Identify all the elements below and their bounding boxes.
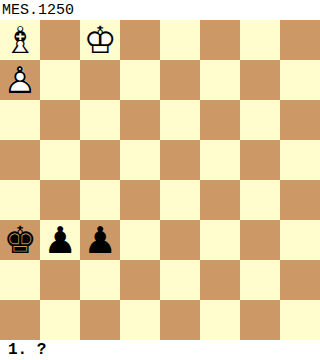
square-f2[interactable] — [200, 260, 240, 300]
square-h4[interactable] — [280, 180, 320, 220]
square-b2[interactable] — [40, 260, 80, 300]
square-h5[interactable] — [280, 140, 320, 180]
square-h1[interactable] — [280, 300, 320, 340]
square-g3[interactable] — [240, 220, 280, 260]
square-e2[interactable] — [160, 260, 200, 300]
square-b3[interactable]: ♟ — [40, 220, 80, 260]
square-f7[interactable] — [200, 60, 240, 100]
square-b5[interactable] — [40, 140, 80, 180]
square-f1[interactable] — [200, 300, 240, 340]
piece-black-pawn[interactable]: ♟ — [40, 220, 80, 260]
square-g6[interactable] — [240, 100, 280, 140]
square-a7[interactable]: ♟♙ — [0, 60, 40, 100]
square-a2[interactable] — [0, 260, 40, 300]
white-king-outline: ♔ — [80, 20, 120, 60]
square-f6[interactable] — [200, 100, 240, 140]
square-g2[interactable] — [240, 260, 280, 300]
square-g5[interactable] — [240, 140, 280, 180]
chess-puzzle-window: MES.1250 ♝♗♚♔♟♙♚♟♟ 1. ? — [0, 0, 320, 360]
square-c2[interactable] — [80, 260, 120, 300]
black-king-glyph: ♚ — [0, 220, 40, 260]
square-a6[interactable] — [0, 100, 40, 140]
square-e1[interactable] — [160, 300, 200, 340]
square-a1[interactable] — [0, 300, 40, 340]
square-b6[interactable] — [40, 100, 80, 140]
square-d5[interactable] — [120, 140, 160, 180]
square-c3[interactable]: ♟ — [80, 220, 120, 260]
square-h6[interactable] — [280, 100, 320, 140]
square-b1[interactable] — [40, 300, 80, 340]
square-d2[interactable] — [120, 260, 160, 300]
square-h2[interactable] — [280, 260, 320, 300]
square-d3[interactable] — [120, 220, 160, 260]
piece-black-pawn[interactable]: ♟ — [80, 220, 120, 260]
puzzle-id-label: MES.1250 — [0, 0, 320, 20]
square-f4[interactable] — [200, 180, 240, 220]
square-d1[interactable] — [120, 300, 160, 340]
square-c5[interactable] — [80, 140, 120, 180]
square-g1[interactable] — [240, 300, 280, 340]
square-e3[interactable] — [160, 220, 200, 260]
piece-black-king[interactable]: ♚ — [0, 220, 40, 260]
square-f8[interactable] — [200, 20, 240, 60]
square-d6[interactable] — [120, 100, 160, 140]
chess-board: ♝♗♚♔♟♙♚♟♟ — [0, 20, 320, 340]
piece-white-king[interactable]: ♚♔ — [80, 20, 120, 60]
square-e8[interactable] — [160, 20, 200, 60]
piece-white-bishop[interactable]: ♝♗ — [0, 20, 40, 60]
piece-white-pawn[interactable]: ♟♙ — [0, 60, 40, 100]
square-a5[interactable] — [0, 140, 40, 180]
square-b4[interactable] — [40, 180, 80, 220]
square-h3[interactable] — [280, 220, 320, 260]
square-f3[interactable] — [200, 220, 240, 260]
move-prompt-label: 1. ? — [0, 340, 320, 360]
square-a4[interactable] — [0, 180, 40, 220]
square-b8[interactable] — [40, 20, 80, 60]
square-e5[interactable] — [160, 140, 200, 180]
square-g8[interactable] — [240, 20, 280, 60]
square-c6[interactable] — [80, 100, 120, 140]
square-a8[interactable]: ♝♗ — [0, 20, 40, 60]
black-pawn-glyph: ♟ — [40, 220, 80, 260]
black-pawn-glyph: ♟ — [80, 220, 120, 260]
white-bishop-outline: ♗ — [0, 20, 40, 60]
square-d4[interactable] — [120, 180, 160, 220]
square-c1[interactable] — [80, 300, 120, 340]
square-h8[interactable] — [280, 20, 320, 60]
square-g4[interactable] — [240, 180, 280, 220]
square-g7[interactable] — [240, 60, 280, 100]
white-pawn-outline: ♙ — [0, 60, 40, 100]
square-a3[interactable]: ♚ — [0, 220, 40, 260]
square-e6[interactable] — [160, 100, 200, 140]
square-f5[interactable] — [200, 140, 240, 180]
square-c4[interactable] — [80, 180, 120, 220]
square-b7[interactable] — [40, 60, 80, 100]
square-e7[interactable] — [160, 60, 200, 100]
square-c8[interactable]: ♚♔ — [80, 20, 120, 60]
square-e4[interactable] — [160, 180, 200, 220]
square-d7[interactable] — [120, 60, 160, 100]
square-c7[interactable] — [80, 60, 120, 100]
square-h7[interactable] — [280, 60, 320, 100]
square-d8[interactable] — [120, 20, 160, 60]
